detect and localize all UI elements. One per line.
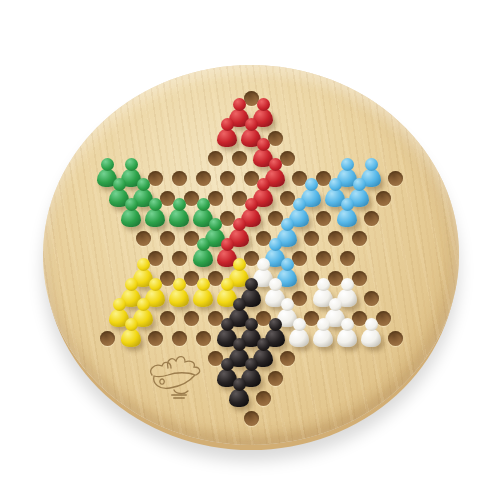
board-cell xyxy=(191,168,215,188)
board-cell xyxy=(299,228,323,248)
board-cell xyxy=(335,248,359,268)
hole[interactable] xyxy=(328,231,343,246)
peg-head xyxy=(125,318,138,331)
board-cell xyxy=(119,328,143,348)
hole[interactable] xyxy=(136,231,151,246)
board-cell xyxy=(131,228,155,248)
peg-head xyxy=(197,238,210,251)
peg-head xyxy=(257,178,270,191)
peg-body xyxy=(193,249,213,267)
peg-head xyxy=(233,218,246,231)
peg-head xyxy=(209,218,222,231)
peg-head xyxy=(281,218,294,231)
peg-head xyxy=(341,158,354,171)
peg-white[interactable] xyxy=(288,318,310,347)
peg-head xyxy=(245,358,258,371)
peg-head xyxy=(341,318,354,331)
board-cell xyxy=(335,208,359,228)
board-cell xyxy=(359,328,383,348)
peg-head xyxy=(221,358,234,371)
peg-body xyxy=(121,329,141,347)
peg-head xyxy=(137,178,150,191)
peg-head xyxy=(221,318,234,331)
hole[interactable] xyxy=(304,231,319,246)
board-cell xyxy=(239,408,263,428)
board-cell xyxy=(227,388,251,408)
board-cell xyxy=(347,228,371,248)
peg-head xyxy=(149,278,162,291)
board-cell xyxy=(323,228,347,248)
peg-head xyxy=(281,258,294,271)
board-cell xyxy=(311,328,335,348)
peg-head xyxy=(365,318,378,331)
board-cell xyxy=(227,148,251,168)
board-cell xyxy=(215,168,239,188)
hole[interactable] xyxy=(268,371,283,386)
peg-head xyxy=(269,318,282,331)
hole[interactable] xyxy=(172,331,187,346)
hole[interactable] xyxy=(196,331,211,346)
hole[interactable] xyxy=(364,291,379,306)
hole[interactable] xyxy=(232,151,247,166)
peg-head xyxy=(341,198,354,211)
hole[interactable] xyxy=(184,311,199,326)
peg-head xyxy=(293,198,306,211)
board-cell xyxy=(335,328,359,348)
hole[interactable] xyxy=(172,171,187,186)
peg-head xyxy=(137,258,150,271)
peg-white[interactable] xyxy=(360,318,382,347)
peg-green[interactable] xyxy=(168,198,190,227)
hole[interactable] xyxy=(244,411,259,426)
hole[interactable] xyxy=(160,231,175,246)
board-cell xyxy=(167,168,191,188)
peg-body xyxy=(337,329,357,347)
peg-green[interactable] xyxy=(144,198,166,227)
peg-yellow[interactable] xyxy=(192,278,214,307)
peg-head xyxy=(233,298,246,311)
board-cell xyxy=(179,308,203,328)
hole[interactable] xyxy=(280,351,295,366)
peg-head xyxy=(281,298,294,311)
board-cell xyxy=(119,208,143,228)
peg-head xyxy=(269,238,282,251)
peg-head xyxy=(293,318,306,331)
peg-body xyxy=(169,209,189,227)
peg-white[interactable] xyxy=(312,318,334,347)
peg-head xyxy=(125,158,138,171)
board-cell xyxy=(359,288,383,308)
board-cell xyxy=(275,348,299,368)
peg-head xyxy=(245,118,258,131)
peg-head xyxy=(257,338,270,351)
hole[interactable] xyxy=(340,251,355,266)
board-cell xyxy=(191,248,215,268)
peg-head xyxy=(245,198,258,211)
peg-head xyxy=(257,138,270,151)
peg-head xyxy=(125,198,138,211)
board-cell xyxy=(143,208,167,228)
peg-head xyxy=(197,278,210,291)
board-cell xyxy=(167,328,191,348)
board-cell xyxy=(371,188,395,208)
peg-head xyxy=(353,178,366,191)
peg-body xyxy=(313,329,333,347)
hole[interactable] xyxy=(376,191,391,206)
board-cell xyxy=(311,248,335,268)
peg-body xyxy=(145,209,165,227)
hole[interactable] xyxy=(352,231,367,246)
peg-head xyxy=(317,318,330,331)
peg-green[interactable] xyxy=(120,198,142,227)
peg-head xyxy=(221,238,234,251)
hole[interactable] xyxy=(388,331,403,346)
peg-head xyxy=(317,278,330,291)
peg-head xyxy=(329,298,342,311)
board-cell xyxy=(383,168,407,188)
hole[interactable] xyxy=(208,151,223,166)
peg-body xyxy=(361,329,381,347)
peg-head xyxy=(221,278,234,291)
peg-head xyxy=(137,298,150,311)
hole[interactable] xyxy=(148,331,163,346)
hole[interactable] xyxy=(196,171,211,186)
board-cell xyxy=(215,128,239,148)
hole[interactable] xyxy=(316,211,331,226)
peg-head xyxy=(245,318,258,331)
peg-body xyxy=(169,289,189,307)
peg-head xyxy=(365,158,378,171)
board-cell xyxy=(95,328,119,348)
peg-head xyxy=(233,258,246,271)
peg-body xyxy=(289,329,309,347)
hole[interactable] xyxy=(220,171,235,186)
peg-head xyxy=(233,338,246,351)
peg-body xyxy=(337,209,357,227)
peg-head xyxy=(173,278,186,291)
hole[interactable] xyxy=(100,331,115,346)
peg-head xyxy=(329,178,342,191)
peg-head xyxy=(257,98,270,111)
board-cell xyxy=(167,208,191,228)
peg-head xyxy=(269,278,282,291)
peg-green[interactable] xyxy=(192,238,214,267)
hole[interactable] xyxy=(172,251,187,266)
chinese-checkers-board xyxy=(43,65,459,445)
board-cell xyxy=(191,288,215,308)
peg-body xyxy=(229,389,249,407)
peg-head xyxy=(257,258,270,271)
peg-head xyxy=(269,158,282,171)
board-cell xyxy=(155,308,179,328)
peg-head xyxy=(221,118,234,131)
peg-head xyxy=(341,278,354,291)
board-cell xyxy=(383,328,407,348)
peg-body xyxy=(217,129,237,147)
peg-head xyxy=(233,98,246,111)
peg-white[interactable] xyxy=(336,318,358,347)
hole[interactable] xyxy=(160,311,175,326)
board-cell xyxy=(143,328,167,348)
peg-head xyxy=(197,198,210,211)
peg-red[interactable] xyxy=(216,118,238,147)
hole[interactable] xyxy=(256,391,271,406)
product-photo xyxy=(0,0,500,500)
hole[interactable] xyxy=(316,251,331,266)
peg-head xyxy=(173,198,186,211)
board-cell xyxy=(311,208,335,228)
board-cell xyxy=(251,388,275,408)
peg-yellow[interactable] xyxy=(168,278,190,307)
board-cell xyxy=(263,368,287,388)
peg-head xyxy=(245,278,258,291)
peg-head xyxy=(149,198,162,211)
board-cell xyxy=(191,328,215,348)
peg-blue[interactable] xyxy=(336,198,358,227)
board-cell xyxy=(167,288,191,308)
peg-head xyxy=(125,278,138,291)
board-cell xyxy=(359,208,383,228)
hole[interactable] xyxy=(364,211,379,226)
hole[interactable] xyxy=(388,171,403,186)
board-cell xyxy=(203,148,227,168)
peg-body xyxy=(193,289,213,307)
board-cell xyxy=(167,248,191,268)
peg-head xyxy=(233,378,246,391)
peg-head xyxy=(305,178,318,191)
peg-head xyxy=(113,298,126,311)
peg-body xyxy=(121,209,141,227)
board-cell xyxy=(155,228,179,248)
peg-yellow[interactable] xyxy=(120,318,142,347)
peg-black[interactable] xyxy=(228,378,250,407)
peg-head xyxy=(101,158,114,171)
board-cell xyxy=(287,328,311,348)
peg-head xyxy=(113,178,126,191)
